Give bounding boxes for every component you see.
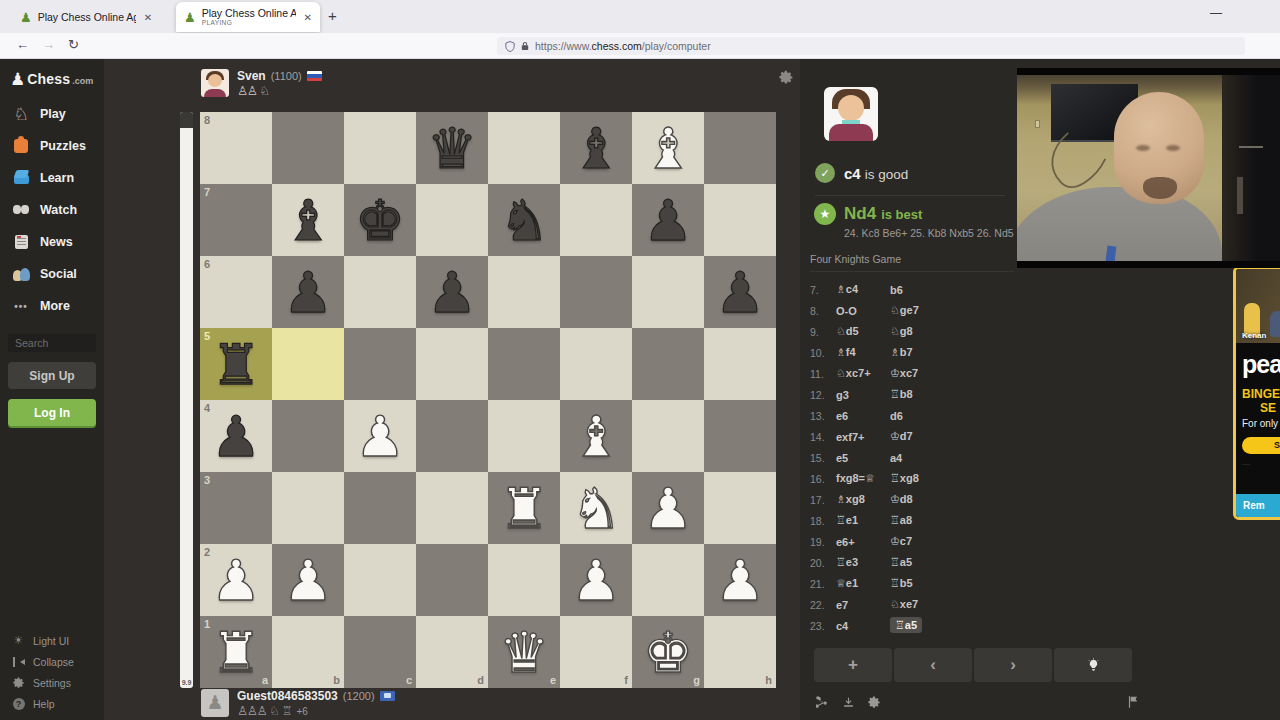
square-c3[interactable] [344, 472, 416, 544]
more-dots-icon: ••• [12, 297, 30, 315]
evaluation-bar: 9.9 [180, 112, 193, 688]
panel-footer [816, 696, 881, 709]
move-row: 20.♖e3♖a5 [800, 552, 1020, 573]
move-black[interactable]: d6 [890, 410, 960, 422]
square-b4[interactable] [272, 400, 344, 472]
lanyard [1104, 246, 1116, 261]
move-row: 7.♗c4b6 [800, 279, 1020, 300]
player-flag-icon [380, 691, 395, 701]
sign-up-button[interactable]: Sign Up [8, 362, 96, 389]
black-bishop-f8[interactable]: ♝ [560, 112, 632, 184]
black-pawn-h6[interactable]: ♟ [704, 256, 776, 328]
square-g6[interactable] [632, 256, 704, 328]
forward-button[interactable]: → [42, 37, 55, 52]
question-icon: ? [12, 697, 25, 710]
move-black[interactable]: a4 [890, 452, 960, 464]
move-black[interactable]: ♘g8 [890, 325, 960, 338]
square-f6[interactable] [560, 256, 632, 328]
move-row: 10.♗f4♗b7 [800, 342, 1020, 363]
square-c2[interactable] [344, 544, 416, 616]
black-pawn-a4[interactable]: ♟ [200, 400, 272, 472]
white-pawn-c4[interactable]: ♟ [344, 400, 416, 472]
square-b2[interactable]: ♟ [272, 544, 344, 616]
sidebar-item-watch[interactable]: Watch [0, 194, 104, 226]
move-number: 8. [810, 305, 836, 317]
eval-score: 9.9 [180, 679, 193, 686]
chess-com-browser-window: ♟ Play Chess Online Against the C ✕ ♟ Pl… [0, 0, 1280, 720]
move-number: 16. [810, 473, 836, 485]
opening-name[interactable]: Four Knights Game [810, 253, 1014, 272]
rank-label: 6 [204, 259, 210, 270]
square-a5[interactable]: 5♜ [200, 328, 272, 400]
sun-icon: ☀ [12, 634, 25, 647]
white-pawn-a2[interactable]: ♟ [200, 544, 272, 616]
square-h6[interactable]: ♟ [704, 256, 776, 328]
square-g7[interactable]: ♟ [632, 184, 704, 256]
white-rook-a1[interactable]: ♜ [200, 616, 272, 688]
tab-playing-badge: PLAYING [202, 19, 296, 26]
square-b7[interactable]: ♝ [272, 184, 344, 256]
sidebar-item-social[interactable]: Social [0, 258, 104, 290]
square-b3[interactable] [272, 472, 344, 544]
white-pawn-g3[interactable]: ♟ [632, 472, 704, 544]
settings-button[interactable]: Settings [0, 672, 104, 693]
square-c7[interactable]: ♚ [344, 184, 416, 256]
sidebar-item-learn[interactable]: Learn [0, 162, 104, 194]
move-row: 16.fxg8=♕♖xg8 [800, 468, 1020, 489]
square-a4[interactable]: 4♟ [200, 400, 272, 472]
square-h4[interactable] [704, 400, 776, 472]
black-knight-e7[interactable]: ♞ [488, 184, 560, 256]
square-h5[interactable] [704, 328, 776, 400]
add-button[interactable]: + [814, 648, 892, 682]
chess-favicon: ♟ [20, 11, 32, 24]
search-input[interactable] [8, 334, 96, 352]
move-white[interactable]: c4 [836, 620, 890, 632]
tab-close-icon[interactable]: ✕ [304, 12, 312, 23]
browser-tab-2-active[interactable]: ♟ Play Chess Online Against the C PLAYIN… [176, 2, 320, 32]
square-b5[interactable] [272, 328, 344, 400]
move-number: 21. [810, 578, 836, 590]
square-d8[interactable]: ♛ [416, 112, 488, 184]
square-d3[interactable] [416, 472, 488, 544]
square-g3[interactable]: ♟ [632, 472, 704, 544]
move-white[interactable]: g3 [836, 389, 890, 401]
help-button[interactable]: ? Help [0, 693, 104, 714]
webcam-video [1017, 75, 1280, 261]
webcam-overlay [1017, 68, 1280, 268]
square-a6[interactable]: 6 [200, 256, 272, 328]
move-white[interactable]: ♘xc7+ [836, 367, 890, 380]
square-g5[interactable] [632, 328, 704, 400]
move-black[interactable]: ♗b7 [890, 346, 960, 359]
reload-button[interactable]: ↻ [68, 37, 79, 52]
url-bar[interactable]: https://www.chess.com/play/computer [497, 37, 1245, 55]
white-pawn-h2[interactable]: ♟ [704, 544, 776, 616]
puzzle-icon [12, 137, 30, 155]
gear-icon[interactable] [868, 696, 881, 709]
move-row: 21.♕e1♖b5 [800, 573, 1020, 594]
white-knight-f3[interactable]: ♞ [560, 472, 632, 544]
file-label: c [406, 675, 412, 686]
file-label: h [765, 675, 772, 686]
previous-move-button[interactable]: ‹ [894, 648, 972, 682]
square-d7[interactable] [416, 184, 488, 256]
ad-remove-bar[interactable]: Rem [1236, 494, 1280, 517]
square-e7[interactable]: ♞ [488, 184, 560, 256]
move-white[interactable]: ♖e3 [836, 556, 890, 569]
rank-label: 3 [204, 475, 210, 486]
move-white[interactable]: fxg8=♕ [836, 472, 890, 485]
opponent-name[interactable]: Sven (1100) [237, 69, 322, 83]
ad-sign-up-button[interactable]: SIGN [1242, 437, 1280, 454]
white-queen-e1[interactable]: ♛ [488, 616, 560, 688]
square-f2[interactable]: ♟ [560, 544, 632, 616]
opponent-rating: (1100) [271, 70, 302, 82]
player-info: ♟ Guest0846583503 (1200) ♙♙♙ ♘ ♖+6 [201, 689, 395, 717]
rank-label: 7 [204, 187, 210, 198]
move-navigation: + ‹ › [814, 648, 1132, 682]
square-e3[interactable]: ♜ [488, 472, 560, 544]
move-white[interactable]: ♗c4 [836, 283, 890, 296]
square-a1[interactable]: 1a♜ [200, 616, 272, 688]
russia-flag-icon [307, 71, 322, 81]
sidebar-item-play[interactable]: ♘ Play [0, 98, 104, 130]
move-list: 7.♗c4b68.O-O♘ge79.♘d5♘g810.♗f4♗b711.♘xc7… [800, 279, 1020, 636]
square-b8[interactable] [272, 112, 344, 184]
white-rook-e3[interactable]: ♜ [488, 472, 560, 544]
move-feedback-good: ✓ c4is good [815, 163, 908, 183]
gear-icon [12, 676, 25, 689]
move-row: 22.e7♘xe7 [800, 594, 1020, 615]
browser-navbar: ← → ↻ https://www.chess.com/play/compute… [0, 33, 1280, 59]
collapse-button[interactable]: Collapse [0, 651, 104, 672]
move-white[interactable]: e7 [836, 599, 890, 611]
black-rook-a5[interactable]: ♜ [200, 328, 272, 400]
window-minimize-button[interactable]: — [1210, 6, 1222, 20]
move-number: 20. [810, 557, 836, 569]
move-white[interactable]: O-O [836, 305, 890, 317]
move-number: 19. [810, 536, 836, 548]
divider [815, 195, 1005, 196]
square-g2[interactable] [632, 544, 704, 616]
file-label: f [624, 675, 628, 686]
square-e6[interactable] [488, 256, 560, 328]
square-b1[interactable]: b [272, 616, 344, 688]
move-black[interactable]: ♖a8 [890, 514, 960, 527]
square-h2[interactable]: ♟ [704, 544, 776, 616]
square-c8[interactable] [344, 112, 416, 184]
square-f5[interactable] [560, 328, 632, 400]
square-c4[interactable]: ♟ [344, 400, 416, 472]
move-row: 18.♖e1♖a8 [800, 510, 1020, 531]
move-number: 18. [810, 515, 836, 527]
sidebar-item-puzzles[interactable]: Puzzles [0, 130, 104, 162]
square-g4[interactable] [632, 400, 704, 472]
player-name[interactable]: Guest0846583503 (1200) [237, 689, 395, 703]
resign-flag-icon[interactable] [1126, 695, 1140, 709]
move-row: 14.exf7+♔d7 [800, 426, 1020, 447]
download-icon[interactable] [842, 696, 855, 709]
chess-favicon: ♟ [184, 11, 196, 24]
peacock-logo-text: pea [1242, 351, 1280, 379]
move-black[interactable]: ♔xc7 [890, 367, 960, 380]
logo-pawn-icon: ♟ [10, 71, 25, 88]
hint-lightbulb-button[interactable] [1054, 648, 1132, 682]
move-feedback-best: ★ Nd4is best [814, 203, 922, 225]
move-number: 13. [810, 410, 836, 422]
tab-title: Play Chess Online Against the C [38, 11, 136, 23]
square-g1[interactable]: g♚ [632, 616, 704, 688]
sidebar-footer: ☀ Light UI Collapse Settings ? Help [0, 630, 104, 714]
board-settings-gear-icon[interactable] [779, 70, 794, 85]
white-pawn-f2[interactable]: ♟ [560, 544, 632, 616]
black-king-c7[interactable]: ♚ [344, 184, 416, 256]
log-in-button[interactable]: Log In [8, 399, 96, 426]
white-king-g1[interactable]: ♚ [632, 616, 704, 688]
square-a7[interactable]: 7 [200, 184, 272, 256]
ad-body: pea BINGE SE For only SIGN ····· [1236, 343, 1280, 471]
check-circle-icon: ✓ [815, 163, 835, 183]
move-number: 12. [810, 389, 836, 401]
material-score: +6 [296, 706, 307, 717]
square-d4[interactable] [416, 400, 488, 472]
square-h8[interactable] [704, 112, 776, 184]
chess-board: 8♛♝♝7♝♚♞♟6♟♟♟5♜4♟♟♝3♜♞♟2♟♟♟♟1a♜bcde♛fg♚h [200, 112, 776, 688]
opponent-info: Sven (1100) ♙♙ ♘ [201, 69, 322, 97]
play-piece-icon: ♘ [12, 105, 30, 123]
square-c5[interactable] [344, 328, 416, 400]
square-f8[interactable]: ♝ [560, 112, 632, 184]
chess-com-logo[interactable]: ♟ Chess .com [0, 59, 104, 98]
engine-continuation: 24. Kc8 Be6+ 25. Kb8 Nxb5 26. Nd5 Bxd5 2 [844, 227, 1016, 239]
graduation-cap-icon [12, 169, 30, 187]
player-captured-pieces: ♙♙♙ ♘ ♖+6 [237, 705, 395, 717]
new-tab-button[interactable]: + [328, 7, 337, 24]
move-black[interactable]: ♖b5 [890, 577, 960, 590]
move-number: 11. [810, 368, 836, 380]
file-label: d [477, 675, 484, 686]
move-number: 17. [810, 494, 836, 506]
move-white[interactable]: ♗xg8 [836, 493, 890, 506]
move-row: 23.c4♖a5 [800, 615, 1020, 636]
move-white[interactable]: e6+ [836, 536, 890, 548]
square-e8[interactable] [488, 112, 560, 184]
next-move-button[interactable]: › [974, 648, 1052, 682]
move-row: 19.e6+♔c7 [800, 531, 1020, 552]
square-e2[interactable] [488, 544, 560, 616]
square-b6[interactable]: ♟ [272, 256, 344, 328]
move-number: 22. [810, 599, 836, 611]
share-icon[interactable] [816, 696, 829, 709]
sidebar-ad[interactable]: Kenan pea BINGE SE For only SIGN ····· R… [1233, 266, 1280, 520]
back-button[interactable]: ← [16, 37, 29, 52]
wall-outlet [1035, 120, 1040, 128]
move-number: 23. [810, 620, 836, 632]
square-c6[interactable] [344, 256, 416, 328]
white-bishop-g8[interactable]: ♝ [632, 112, 704, 184]
people-icon [12, 265, 30, 283]
move-black[interactable]: ♔d7 [890, 430, 960, 443]
move-white[interactable]: ♖e1 [836, 514, 890, 527]
player-avatar[interactable]: ♟ [201, 689, 229, 717]
square-e5[interactable] [488, 328, 560, 400]
file-label: b [333, 675, 340, 686]
move-black[interactable]: ♘xe7 [890, 598, 960, 611]
sidebar-item-more[interactable]: ••• More [0, 290, 104, 322]
square-g8[interactable]: ♝ [632, 112, 704, 184]
move-black[interactable]: ♔d8 [890, 493, 960, 506]
tab-close-icon[interactable]: ✕ [144, 12, 152, 23]
move-number: 9. [810, 326, 836, 338]
move-number: 7. [810, 284, 836, 296]
square-a8[interactable]: 8 [200, 112, 272, 184]
binoculars-icon [12, 201, 30, 219]
move-white[interactable]: e6 [836, 410, 890, 422]
move-white[interactable]: exf7+ [836, 431, 890, 443]
collapse-icon [12, 655, 25, 668]
played-move: c4 [844, 165, 861, 182]
best-move: Nd4 [844, 204, 876, 223]
square-d2[interactable] [416, 544, 488, 616]
person-head [1114, 92, 1204, 204]
black-bishop-b7[interactable]: ♝ [272, 184, 344, 256]
rank-label: 8 [204, 115, 210, 126]
dark-closet [1222, 75, 1280, 261]
opponent-avatar[interactable] [201, 69, 229, 97]
move-row: 9.♘d5♘g8 [800, 321, 1020, 342]
move-row: 11.♘xc7+♔xc7 [800, 363, 1020, 384]
square-a3[interactable]: 3 [200, 472, 272, 544]
move-black[interactable]: ♘ge7 [890, 304, 960, 317]
move-black[interactable]: ♖a5 [890, 619, 960, 632]
square-d6[interactable]: ♟ [416, 256, 488, 328]
sidebar-item-news[interactable]: News [0, 226, 104, 258]
move-row: 15.e5a4 [800, 447, 1020, 468]
move-white[interactable]: ♗f4 [836, 346, 890, 359]
player-rating: (1200) [343, 690, 375, 702]
move-black[interactable]: ♖b8 [890, 388, 960, 401]
star-circle-icon: ★ [814, 203, 836, 225]
square-h7[interactable] [704, 184, 776, 256]
square-e1[interactable]: e♛ [488, 616, 560, 688]
lock-icon [521, 41, 529, 51]
white-pawn-b2[interactable]: ♟ [272, 544, 344, 616]
move-row: 8.O-O♘ge7 [800, 300, 1020, 321]
tab-title: Play Chess Online Against the C [202, 7, 296, 19]
square-e4[interactable] [488, 400, 560, 472]
light-ui-button[interactable]: ☀ Light UI [0, 630, 104, 651]
move-black[interactable]: b6 [890, 284, 960, 296]
browser-tab-strip: ♟ Play Chess Online Against the C ✕ ♟ Pl… [0, 0, 1280, 33]
move-number: 14. [810, 431, 836, 443]
move-black[interactable]: ♖a5 [890, 556, 960, 569]
ad-caption: Kenan [1242, 331, 1266, 340]
square-d1[interactable]: d [416, 616, 488, 688]
move-white[interactable]: ♘d5 [836, 325, 890, 338]
move-black[interactable]: ♔c7 [890, 535, 960, 548]
square-c1[interactable]: c [344, 616, 416, 688]
move-row: 17.♗xg8♔d8 [800, 489, 1020, 510]
sidebar: ♟ Chess .com ♘ Play Puzzles Learn Watch … [0, 59, 104, 720]
move-white[interactable]: ♕e1 [836, 577, 890, 590]
black-pawn-g7[interactable]: ♟ [632, 184, 704, 256]
newspaper-icon [12, 233, 30, 251]
square-d5[interactable] [416, 328, 488, 400]
move-row: 13.e6d6 [800, 405, 1020, 426]
square-f3[interactable]: ♞ [560, 472, 632, 544]
move-white[interactable]: e5 [836, 452, 890, 464]
url-text[interactable]: https://www.chess.com/play/computer [535, 40, 711, 52]
eval-black-portion [180, 112, 193, 128]
move-number: 10. [810, 347, 836, 359]
square-h1[interactable]: h [704, 616, 776, 688]
black-queen-d8[interactable]: ♛ [416, 112, 488, 184]
move-black[interactable]: ♖xg8 [890, 472, 960, 485]
move-number: 15. [810, 452, 836, 464]
coach-avatar [824, 87, 878, 141]
black-pawn-b6[interactable]: ♟ [272, 256, 344, 328]
square-h3[interactable] [704, 472, 776, 544]
square-a2[interactable]: 2♟ [200, 544, 272, 616]
square-f1[interactable]: f [560, 616, 632, 688]
move-row: 12.g3♖b8 [800, 384, 1020, 405]
opponent-captured-pieces: ♙♙ ♘ [237, 85, 322, 97]
shield-icon[interactable] [505, 41, 515, 52]
black-pawn-d6[interactable]: ♟ [416, 256, 488, 328]
browser-tab-1[interactable]: ♟ Play Chess Online Against the C ✕ [12, 3, 164, 31]
white-bishop-f4[interactable]: ♝ [560, 400, 632, 472]
ad-photo: Kenan [1236, 269, 1280, 343]
square-f7[interactable] [560, 184, 632, 256]
goatee [1143, 177, 1177, 199]
square-f4[interactable]: ♝ [560, 400, 632, 472]
